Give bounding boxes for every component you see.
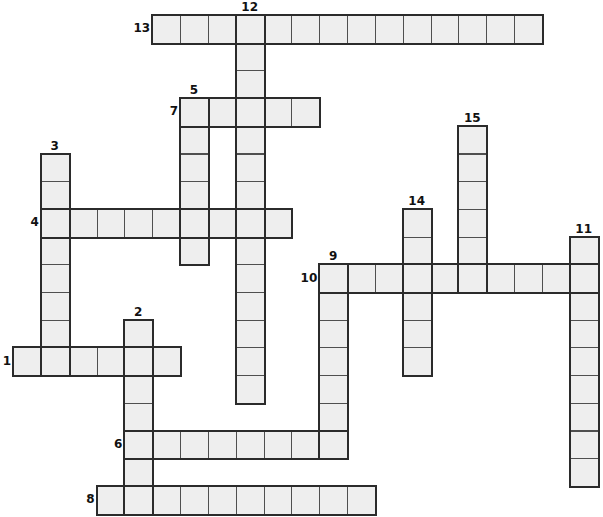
- grid-cell-r12c4[interactable]: [124, 347, 153, 376]
- grid-cell-r9c17[interactable]: [486, 264, 515, 293]
- grid-cell-r17c7[interactable]: [208, 486, 237, 515]
- grid-cell-r12c1[interactable]: [41, 347, 70, 376]
- grid-cell-r13c11[interactable]: [319, 375, 348, 404]
- clue-number-9: 9: [319, 250, 347, 263]
- grid-cell-r5c8[interactable]: [236, 154, 265, 183]
- grid-cell-r12c8[interactable]: [236, 347, 265, 376]
- grid-cell-r11c4[interactable]: [124, 320, 153, 349]
- grid-cell-r14c11[interactable]: [319, 403, 348, 432]
- grid-cell-r14c4[interactable]: [124, 403, 153, 432]
- grid-cell-r15c10[interactable]: [291, 431, 320, 460]
- clue-number-5: 5: [180, 84, 208, 97]
- grid-cell-r9c15[interactable]: [431, 264, 460, 293]
- grid-cell-r12c2[interactable]: [69, 347, 98, 376]
- grid-cell-r0c5[interactable]: [152, 15, 181, 44]
- grid-cell-r3c8[interactable]: [236, 98, 265, 127]
- grid-cell-r7c7[interactable]: [208, 209, 237, 238]
- grid-cell-r9c18[interactable]: [514, 264, 543, 293]
- clue-number-14: 14: [403, 195, 431, 208]
- grid-cell-r13c8[interactable]: [236, 375, 265, 404]
- grid-cell-r15c5[interactable]: [152, 431, 181, 460]
- grid-cell-r11c8[interactable]: [236, 320, 265, 349]
- grid-cell-r0c10[interactable]: [291, 15, 320, 44]
- grid-cell-r15c4[interactable]: [124, 431, 153, 460]
- grid-cell-r9c20[interactable]: [570, 264, 599, 293]
- grid-cell-r3c6[interactable]: [180, 98, 209, 127]
- grid-cell-r11c11[interactable]: [319, 320, 348, 349]
- grid-cell-r17c10[interactable]: [291, 486, 320, 515]
- grid-cell-r6c1[interactable]: [41, 181, 70, 210]
- clue-number-6: 6: [91, 438, 122, 451]
- grid-cell-r11c14[interactable]: [403, 320, 432, 349]
- clue-number-7: 7: [147, 105, 178, 118]
- crossword-board: 123456789101112131415: [0, 0, 603, 517]
- grid-cell-r0c13[interactable]: [375, 15, 404, 44]
- grid-cell-r15c20[interactable]: [570, 431, 599, 460]
- grid-cell-r11c1[interactable]: [41, 320, 70, 349]
- grid-cell-r17c9[interactable]: [264, 486, 293, 515]
- grid-cell-r9c13[interactable]: [375, 264, 404, 293]
- grid-cell-r9c12[interactable]: [347, 264, 376, 293]
- grid-cell-r0c7[interactable]: [208, 15, 237, 44]
- clue-number-12: 12: [236, 1, 264, 14]
- clue-number-3: 3: [41, 140, 69, 153]
- grid-cell-r0c8[interactable]: [236, 15, 265, 44]
- grid-cell-r7c1[interactable]: [41, 209, 70, 238]
- grid-cell-r6c8[interactable]: [236, 181, 265, 210]
- grid-cell-r0c6[interactable]: [180, 15, 209, 44]
- grid-cell-r11c20[interactable]: [570, 320, 599, 349]
- grid-cell-r13c4[interactable]: [124, 375, 153, 404]
- grid-cell-r0c17[interactable]: [486, 15, 515, 44]
- grid-cell-r5c1[interactable]: [41, 154, 70, 183]
- grid-cell-r17c5[interactable]: [152, 486, 181, 515]
- grid-cell-r10c20[interactable]: [570, 292, 599, 321]
- clue-number-13: 13: [119, 22, 150, 35]
- grid-cell-r8c6[interactable]: [180, 237, 209, 266]
- grid-cell-r0c12[interactable]: [347, 15, 376, 44]
- grid-cell-r10c8[interactable]: [236, 292, 265, 321]
- grid-cell-r15c9[interactable]: [264, 431, 293, 460]
- grid-cell-r15c11[interactable]: [319, 431, 348, 460]
- grid-cell-r6c6[interactable]: [180, 181, 209, 210]
- grid-cell-r10c14[interactable]: [403, 292, 432, 321]
- grid-cell-r12c20[interactable]: [570, 347, 599, 376]
- grid-cell-r9c16[interactable]: [458, 264, 487, 293]
- grid-cell-r4c16[interactable]: [458, 126, 487, 155]
- grid-cell-r0c16[interactable]: [458, 15, 487, 44]
- grid-cell-r15c8[interactable]: [236, 431, 265, 460]
- grid-cell-r12c11[interactable]: [319, 347, 348, 376]
- grid-cell-r2c8[interactable]: [236, 70, 265, 99]
- grid-cell-r12c5[interactable]: [152, 347, 181, 376]
- grid-cell-r15c6[interactable]: [180, 431, 209, 460]
- grid-cell-r9c8[interactable]: [236, 264, 265, 293]
- clue-number-15: 15: [458, 112, 486, 125]
- grid-cell-r9c19[interactable]: [542, 264, 571, 293]
- clue-number-8: 8: [64, 493, 95, 506]
- grid-cell-r0c14[interactable]: [403, 15, 432, 44]
- grid-cell-r16c4[interactable]: [124, 458, 153, 487]
- grid-cell-r7c8[interactable]: [236, 209, 265, 238]
- grid-cell-r8c8[interactable]: [236, 237, 265, 266]
- grid-cell-r8c16[interactable]: [458, 237, 487, 266]
- grid-cell-r17c6[interactable]: [180, 486, 209, 515]
- grid-cell-r4c8[interactable]: [236, 126, 265, 155]
- clue-number-1: 1: [0, 355, 11, 368]
- grid-cell-r7c4[interactable]: [124, 209, 153, 238]
- grid-cell-r7c5[interactable]: [152, 209, 181, 238]
- clue-number-10: 10: [286, 272, 317, 285]
- grid-cell-r17c8[interactable]: [236, 486, 265, 515]
- grid-cell-r3c9[interactable]: [264, 98, 293, 127]
- grid-cell-r13c20[interactable]: [570, 375, 599, 404]
- grid-cell-r17c3[interactable]: [97, 486, 126, 515]
- grid-cell-r12c3[interactable]: [97, 347, 126, 376]
- grid-cell-r0c11[interactable]: [319, 15, 348, 44]
- grid-cell-r14c20[interactable]: [570, 403, 599, 432]
- grid-cell-r0c9[interactable]: [264, 15, 293, 44]
- grid-cell-r5c16[interactable]: [458, 154, 487, 183]
- grid-cell-r10c11[interactable]: [319, 292, 348, 321]
- clue-number-2: 2: [124, 306, 152, 319]
- grid-cell-r9c14[interactable]: [403, 264, 432, 293]
- grid-cell-r17c12[interactable]: [347, 486, 376, 515]
- grid-cell-r10c1[interactable]: [41, 292, 70, 321]
- grid-cell-r5c6[interactable]: [180, 154, 209, 183]
- grid-cell-r4c6[interactable]: [180, 126, 209, 155]
- grid-cell-r8c20[interactable]: [570, 237, 599, 266]
- grid-cell-r16c20[interactable]: [570, 458, 599, 487]
- grid-cell-r9c11[interactable]: [319, 264, 348, 293]
- grid-cell-r3c7[interactable]: [208, 98, 237, 127]
- grid-cell-r8c14[interactable]: [403, 237, 432, 266]
- grid-cell-r15c7[interactable]: [208, 431, 237, 460]
- grid-cell-r7c9[interactable]: [264, 209, 293, 238]
- grid-cell-r17c4[interactable]: [124, 486, 153, 515]
- grid-cell-r17c11[interactable]: [319, 486, 348, 515]
- grid-cell-r6c16[interactable]: [458, 181, 487, 210]
- grid-cell-r8c1[interactable]: [41, 237, 70, 266]
- grid-cell-r0c18[interactable]: [514, 15, 543, 44]
- grid-cell-r3c10[interactable]: [291, 98, 320, 127]
- grid-cell-r7c16[interactable]: [458, 209, 487, 238]
- clue-number-4: 4: [8, 216, 39, 229]
- grid-cell-r12c0[interactable]: [13, 347, 42, 376]
- grid-cell-r7c6[interactable]: [180, 209, 209, 238]
- grid-cell-r12c14[interactable]: [403, 347, 432, 376]
- grid-cell-r0c15[interactable]: [431, 15, 460, 44]
- grid-cell-r9c1[interactable]: [41, 264, 70, 293]
- grid-cell-r7c3[interactable]: [97, 209, 126, 238]
- grid-cell-r1c8[interactable]: [236, 43, 265, 72]
- grid-cell-r7c2[interactable]: [69, 209, 98, 238]
- grid-cell-r7c14[interactable]: [403, 209, 432, 238]
- clue-number-11: 11: [570, 223, 598, 236]
